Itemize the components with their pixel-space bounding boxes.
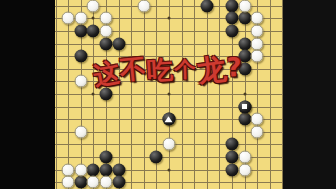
black-stone (225, 0, 238, 12)
black-stone (150, 151, 163, 164)
black-stone (238, 100, 251, 113)
white-stone (74, 12, 87, 25)
white-stone (62, 12, 75, 25)
black-stone (87, 163, 100, 176)
white-stone (238, 163, 251, 176)
star-point (167, 93, 170, 96)
grid-line-horizontal (55, 81, 283, 82)
black-stone (99, 88, 112, 101)
letterbox-left-bar (0, 0, 55, 189)
letterbox-right-bar (283, 0, 336, 189)
white-stone (62, 163, 75, 176)
white-stone (251, 125, 264, 138)
black-stone (112, 163, 125, 176)
star-point (167, 168, 170, 171)
black-stone (99, 163, 112, 176)
white-stone (251, 113, 264, 126)
star-point (92, 17, 95, 20)
white-stone (99, 25, 112, 38)
last-move-triangle-marker (165, 116, 173, 122)
black-stone (238, 113, 251, 126)
black-stone (238, 37, 251, 50)
black-stone (238, 62, 251, 75)
star-point (92, 93, 95, 96)
white-stone (74, 75, 87, 88)
white-stone (87, 176, 100, 189)
white-stone (137, 0, 150, 12)
white-stone (162, 138, 175, 151)
white-stone (99, 176, 112, 189)
black-stone (99, 37, 112, 50)
white-stone (238, 0, 251, 12)
black-stone (225, 12, 238, 25)
black-stone (74, 50, 87, 63)
black-stone (238, 50, 251, 63)
black-stone (162, 113, 175, 126)
star-point (243, 93, 246, 96)
black-stone (87, 25, 100, 38)
white-stone (251, 25, 264, 38)
white-stone (87, 0, 100, 12)
black-stone (99, 151, 112, 164)
black-stone (74, 25, 87, 38)
white-stone (251, 12, 264, 25)
last-move-square-marker (242, 104, 247, 109)
video-frame: 这不吃个龙? (0, 0, 336, 189)
white-stone (74, 163, 87, 176)
white-stone (251, 37, 264, 50)
black-stone (112, 37, 125, 50)
black-stone (225, 163, 238, 176)
black-stone (225, 138, 238, 151)
grid-line-horizontal (55, 132, 283, 133)
white-stone (74, 125, 87, 138)
white-stone (99, 12, 112, 25)
star-point (167, 17, 170, 20)
white-stone (251, 50, 264, 63)
black-stone (225, 25, 238, 38)
white-stone (238, 151, 251, 164)
black-stone (200, 0, 213, 12)
black-stone (238, 12, 251, 25)
white-stone (62, 176, 75, 189)
black-stone (225, 151, 238, 164)
black-stone (74, 176, 87, 189)
go-board[interactable] (55, 0, 283, 189)
black-stone (112, 176, 125, 189)
